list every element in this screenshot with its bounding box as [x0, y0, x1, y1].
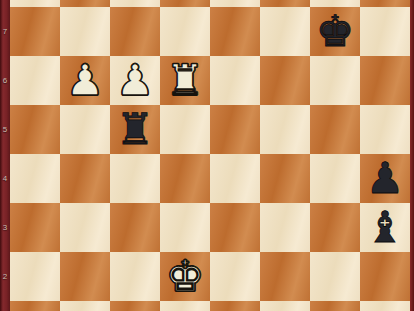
white-pawn[interactable]: ♟: [116, 59, 155, 102]
square-c6[interactable]: ♟: [110, 56, 160, 105]
square-b2[interactable]: [60, 252, 110, 301]
square-h7[interactable]: [360, 7, 410, 56]
square-b1[interactable]: [60, 301, 110, 311]
square-h1[interactable]: [360, 301, 410, 311]
square-e7[interactable]: [210, 7, 260, 56]
rank-label-7: 7: [0, 27, 10, 37]
square-a2[interactable]: [10, 252, 60, 301]
square-h6[interactable]: [360, 56, 410, 105]
square-g6[interactable]: [310, 56, 360, 105]
square-g1[interactable]: [310, 301, 360, 311]
square-d3[interactable]: [160, 203, 210, 252]
square-c7[interactable]: [110, 7, 160, 56]
square-d2[interactable]: ♚: [160, 252, 210, 301]
square-a3[interactable]: [10, 203, 60, 252]
white-king[interactable]: ♚: [166, 255, 205, 298]
square-c5[interactable]: ♜: [110, 105, 160, 154]
square-d7[interactable]: [160, 7, 210, 56]
square-d8[interactable]: [160, 0, 210, 7]
black-bishop[interactable]: ♝: [366, 206, 405, 249]
square-b5[interactable]: [60, 105, 110, 154]
white-rook[interactable]: ♜: [166, 59, 205, 102]
square-f7[interactable]: [260, 7, 310, 56]
square-d4[interactable]: [160, 154, 210, 203]
square-c2[interactable]: [110, 252, 160, 301]
square-f2[interactable]: [260, 252, 310, 301]
square-b6[interactable]: ♟: [60, 56, 110, 105]
black-king[interactable]: ♚: [316, 10, 355, 53]
board-left-border: 765432: [0, 0, 10, 311]
square-b4[interactable]: [60, 154, 110, 203]
square-a4[interactable]: [10, 154, 60, 203]
black-rook[interactable]: ♜: [116, 108, 155, 151]
square-a6[interactable]: [10, 56, 60, 105]
square-g8[interactable]: [310, 0, 360, 7]
square-e3[interactable]: [210, 203, 260, 252]
square-c1[interactable]: [110, 301, 160, 311]
square-a8[interactable]: [10, 0, 60, 7]
square-e1[interactable]: [210, 301, 260, 311]
square-e5[interactable]: [210, 105, 260, 154]
square-g7[interactable]: ♚: [310, 7, 360, 56]
square-b8[interactable]: [60, 0, 110, 7]
square-c3[interactable]: [110, 203, 160, 252]
square-a5[interactable]: [10, 105, 60, 154]
square-e2[interactable]: [210, 252, 260, 301]
white-pawn[interactable]: ♟: [66, 59, 105, 102]
square-g4[interactable]: [310, 154, 360, 203]
square-h5[interactable]: [360, 105, 410, 154]
black-pawn[interactable]: ♟: [366, 157, 405, 200]
square-f8[interactable]: [260, 0, 310, 7]
board: ♚♟♟♜♜♟♝♚: [10, 0, 410, 311]
rank-label-3: 3: [0, 223, 10, 233]
square-f4[interactable]: [260, 154, 310, 203]
square-c8[interactable]: [110, 0, 160, 7]
square-f3[interactable]: [260, 203, 310, 252]
square-e6[interactable]: [210, 56, 260, 105]
rank-label-4: 4: [0, 174, 10, 184]
rank-label-5: 5: [0, 125, 10, 135]
square-e8[interactable]: [210, 0, 260, 7]
square-h2[interactable]: [360, 252, 410, 301]
square-g2[interactable]: [310, 252, 360, 301]
square-a1[interactable]: [10, 301, 60, 311]
chess-board-window: 765432 ♚♟♟♜♜♟♝♚: [0, 0, 414, 311]
square-h8[interactable]: [360, 0, 410, 7]
square-b3[interactable]: [60, 203, 110, 252]
square-b7[interactable]: [60, 7, 110, 56]
square-c4[interactable]: [110, 154, 160, 203]
square-h3[interactable]: ♝: [360, 203, 410, 252]
square-g5[interactable]: [310, 105, 360, 154]
square-g3[interactable]: [310, 203, 360, 252]
rank-label-2: 2: [0, 272, 10, 282]
square-f1[interactable]: [260, 301, 310, 311]
square-d5[interactable]: [160, 105, 210, 154]
square-f6[interactable]: [260, 56, 310, 105]
square-d1[interactable]: [160, 301, 210, 311]
square-e4[interactable]: [210, 154, 260, 203]
board-right-border: [410, 0, 414, 311]
square-d6[interactable]: ♜: [160, 56, 210, 105]
square-h4[interactable]: ♟: [360, 154, 410, 203]
square-a7[interactable]: [10, 7, 60, 56]
rank-label-6: 6: [0, 76, 10, 86]
square-f5[interactable]: [260, 105, 310, 154]
